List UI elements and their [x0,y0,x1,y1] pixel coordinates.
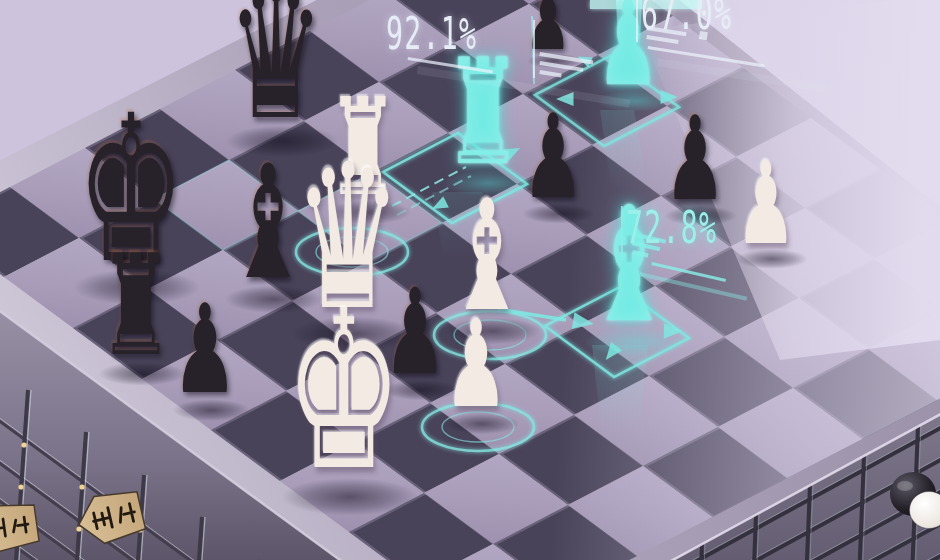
prediction-value: 92.1% [386,8,477,59]
prediction-value: 67.0% [641,0,732,39]
prediction-label-rook: 92.1% [386,8,528,59]
prediction-label-pawn: 67.0% [641,0,783,39]
prediction-label-bishop: 72.8% [626,202,768,253]
scene: ♟♟♛♜♜♟♟♟♚♝♝♛♝♜♟♟♟♚ 92.1% 67.0% 72.8% [0,0,940,560]
prediction-value: 72.8% [626,202,717,253]
